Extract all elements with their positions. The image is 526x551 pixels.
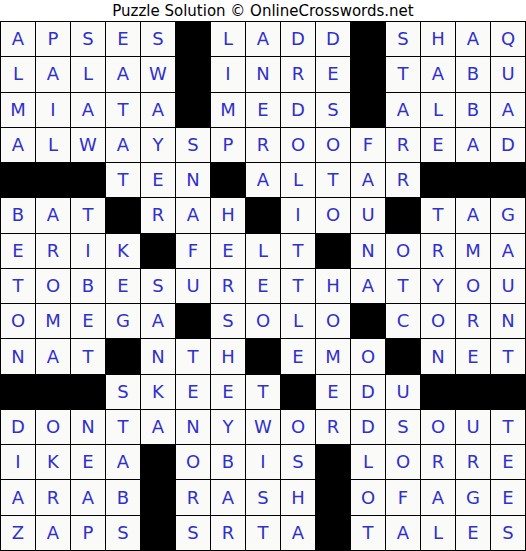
cell-r12c4: T	[106, 410, 141, 445]
cell-r15c12: A	[386, 516, 421, 551]
cell-r9c13: O	[421, 304, 456, 339]
cell-r11c4: S	[106, 375, 141, 410]
cell-r8c9: T	[281, 269, 316, 304]
crossword-grid: APSESLADDSHAQLALAWINRETABUMIATAMEDSALBAA…	[0, 21, 526, 551]
cell-r4c12: R	[386, 128, 421, 163]
cell-r9c12: C	[386, 304, 421, 339]
black-cell-r11c14	[456, 375, 491, 410]
cell-r8c8: E	[246, 269, 281, 304]
cell-r10c10: M	[316, 339, 351, 374]
cell-r14c12: F	[386, 480, 421, 515]
cell-r5c11: A	[351, 163, 386, 198]
puzzle-solution-page: Puzzle Solution © OnlineCrosswords.net A…	[0, 0, 526, 551]
cell-r1c4: E	[106, 22, 141, 57]
cell-r1c2: P	[36, 22, 71, 57]
black-cell-r13c5	[141, 445, 176, 480]
cell-r4c3: W	[71, 128, 106, 163]
cell-r5c5: E	[141, 163, 176, 198]
cell-r3c13: L	[421, 93, 456, 128]
cell-r7c2: R	[36, 234, 71, 269]
cell-r13c12: O	[386, 445, 421, 480]
cell-r6c6: A	[176, 198, 211, 233]
cell-r3c4: T	[106, 93, 141, 128]
cell-r1c3: S	[71, 22, 106, 57]
cell-r13c2: K	[36, 445, 71, 480]
cell-r6c11: U	[351, 198, 386, 233]
cell-r4c4: A	[106, 128, 141, 163]
cell-r6c3: T	[71, 198, 106, 233]
cell-r8c15: U	[491, 269, 526, 304]
cell-r6c1: B	[1, 198, 36, 233]
cell-r1c7: L	[211, 22, 246, 57]
cell-r8c11: A	[351, 269, 386, 304]
cell-r7c15: A	[491, 234, 526, 269]
cell-r1c8: A	[246, 22, 281, 57]
cell-r3c5: A	[141, 93, 176, 128]
cell-r12c7: Y	[211, 410, 246, 445]
cell-r15c8: T	[246, 516, 281, 551]
cell-r4c5: Y	[141, 128, 176, 163]
cell-r9c15: N	[491, 304, 526, 339]
black-cell-r13c10	[316, 445, 351, 480]
cell-r8c12: T	[386, 269, 421, 304]
black-cell-r14c10	[316, 480, 351, 515]
black-cell-r3c6	[176, 93, 211, 128]
cell-r15c14: E	[456, 516, 491, 551]
cell-r10c3: T	[71, 339, 106, 374]
cell-r9c14: R	[456, 304, 491, 339]
cell-r9c9: L	[281, 304, 316, 339]
cell-r4c6: S	[176, 128, 211, 163]
cell-r12c1: D	[1, 410, 36, 445]
black-cell-r1c11	[351, 22, 386, 57]
cell-r5c12: R	[386, 163, 421, 198]
black-cell-r9c6	[176, 304, 211, 339]
black-cell-r5c14	[456, 163, 491, 198]
cell-r10c13: N	[421, 339, 456, 374]
cell-r8c6: U	[176, 269, 211, 304]
cell-r12c5: A	[141, 410, 176, 445]
cell-r15c3: P	[71, 516, 106, 551]
black-cell-r5c3	[71, 163, 106, 198]
cell-r14c8: S	[246, 480, 281, 515]
cell-r7c14: M	[456, 234, 491, 269]
cell-r6c14: A	[456, 198, 491, 233]
cell-r6c13: T	[421, 198, 456, 233]
cell-r11c6: E	[176, 375, 211, 410]
cell-r8c5: S	[141, 269, 176, 304]
cell-r1c9: D	[281, 22, 316, 57]
cell-r3c15: A	[491, 93, 526, 128]
cell-r7c4: K	[106, 234, 141, 269]
black-cell-r11c15	[491, 375, 526, 410]
cell-r12c12: S	[386, 410, 421, 445]
cell-r10c15: T	[491, 339, 526, 374]
black-cell-r1c6	[176, 22, 211, 57]
cell-r11c7: E	[211, 375, 246, 410]
cell-r13c15: E	[491, 445, 526, 480]
cell-r15c13: L	[421, 516, 456, 551]
cell-r10c14: E	[456, 339, 491, 374]
cell-r8c1: T	[1, 269, 36, 304]
cell-r2c2: A	[36, 57, 71, 92]
cell-r14c1: A	[1, 480, 36, 515]
black-cell-r5c15	[491, 163, 526, 198]
cell-r4c13: E	[421, 128, 456, 163]
cell-r10c9: E	[281, 339, 316, 374]
cell-r13c3: E	[71, 445, 106, 480]
cell-r9c5: A	[141, 304, 176, 339]
cell-r2c15: U	[491, 57, 526, 92]
black-cell-r5c13	[421, 163, 456, 198]
cell-r4c2: L	[36, 128, 71, 163]
cell-r12c13: O	[421, 410, 456, 445]
black-cell-r11c1	[1, 375, 36, 410]
cell-r3c12: A	[386, 93, 421, 128]
cell-r7c11: N	[351, 234, 386, 269]
cell-r9c1: O	[1, 304, 36, 339]
black-cell-r11c3	[71, 375, 106, 410]
black-cell-r11c13	[421, 375, 456, 410]
cell-r1c12: S	[386, 22, 421, 57]
cell-r8c4: E	[106, 269, 141, 304]
black-cell-r2c11	[351, 57, 386, 92]
cell-r7c6: F	[176, 234, 211, 269]
cell-r2c3: L	[71, 57, 106, 92]
cell-r15c4: S	[106, 516, 141, 551]
cell-r8c14: O	[456, 269, 491, 304]
cell-r13c14: R	[456, 445, 491, 480]
cell-r14c7: A	[211, 480, 246, 515]
cell-r6c2: A	[36, 198, 71, 233]
cell-r10c11: O	[351, 339, 386, 374]
cell-r3c3: A	[71, 93, 106, 128]
cell-r14c3: A	[71, 480, 106, 515]
cell-r7c12: O	[386, 234, 421, 269]
black-cell-r5c2	[36, 163, 71, 198]
cell-r3c10: S	[316, 93, 351, 128]
cell-r2c7: I	[211, 57, 246, 92]
cell-r15c9: A	[281, 516, 316, 551]
cell-r12c14: U	[456, 410, 491, 445]
cell-r9c7: S	[211, 304, 246, 339]
cell-r2c9: R	[281, 57, 316, 92]
black-cell-r15c5	[141, 516, 176, 551]
cell-r9c10: O	[316, 304, 351, 339]
cell-r7c3: I	[71, 234, 106, 269]
cell-r1c5: S	[141, 22, 176, 57]
cell-r14c11: O	[351, 480, 386, 515]
cell-r1c15: Q	[491, 22, 526, 57]
cell-r4c8: R	[246, 128, 281, 163]
cell-r13c1: I	[1, 445, 36, 480]
cell-r5c8: A	[246, 163, 281, 198]
black-cell-r11c9	[281, 375, 316, 410]
cell-r13c13: R	[421, 445, 456, 480]
cell-r1c13: H	[421, 22, 456, 57]
cell-r3c1: M	[1, 93, 36, 128]
cell-r5c9: L	[281, 163, 316, 198]
cell-r3c9: D	[281, 93, 316, 128]
cell-r3c2: I	[36, 93, 71, 128]
cell-r15c7: R	[211, 516, 246, 551]
cell-r14c9: H	[281, 480, 316, 515]
cell-r6c5: R	[141, 198, 176, 233]
cell-r1c14: A	[456, 22, 491, 57]
black-cell-r10c8	[246, 339, 281, 374]
cell-r15c15: S	[491, 516, 526, 551]
cell-r2c10: E	[316, 57, 351, 92]
cell-r14c6: R	[176, 480, 211, 515]
black-cell-r14c5	[141, 480, 176, 515]
cell-r1c10: D	[316, 22, 351, 57]
cell-r9c4: G	[106, 304, 141, 339]
cell-r1c1: A	[1, 22, 36, 57]
cell-r9c2: M	[36, 304, 71, 339]
cell-r6c10: O	[316, 198, 351, 233]
cell-r14c14: G	[456, 480, 491, 515]
black-cell-r3c11	[351, 93, 386, 128]
black-cell-r10c4	[106, 339, 141, 374]
cell-r4c11: F	[351, 128, 386, 163]
cell-r6c9: I	[281, 198, 316, 233]
cell-r8c13: Y	[421, 269, 456, 304]
black-cell-r5c1	[1, 163, 36, 198]
cell-r11c11: D	[351, 375, 386, 410]
cell-r3c14: B	[456, 93, 491, 128]
black-cell-r6c8	[246, 198, 281, 233]
black-cell-r6c12	[386, 198, 421, 233]
cell-r2c5: W	[141, 57, 176, 92]
cell-r15c1: Z	[1, 516, 36, 551]
cell-r2c8: N	[246, 57, 281, 92]
cell-r8c7: R	[211, 269, 246, 304]
cell-r12c15: T	[491, 410, 526, 445]
cell-r7c9: T	[281, 234, 316, 269]
cell-r11c8: T	[246, 375, 281, 410]
cell-r2c13: A	[421, 57, 456, 92]
cell-r15c6: S	[176, 516, 211, 551]
cell-r4c9: O	[281, 128, 316, 163]
cell-r11c10: E	[316, 375, 351, 410]
cell-r10c6: T	[176, 339, 211, 374]
black-cell-r11c2	[36, 375, 71, 410]
cell-r11c12: U	[386, 375, 421, 410]
cell-r15c11: T	[351, 516, 386, 551]
cell-r13c9: S	[281, 445, 316, 480]
cell-r4c14: A	[456, 128, 491, 163]
cell-r14c2: R	[36, 480, 71, 515]
cell-r12c6: N	[176, 410, 211, 445]
cell-r14c4: B	[106, 480, 141, 515]
cell-r13c4: A	[106, 445, 141, 480]
page-title: Puzzle Solution © OnlineCrosswords.net	[0, 2, 526, 20]
cell-r5c6: N	[176, 163, 211, 198]
cell-r2c14: B	[456, 57, 491, 92]
cell-r13c6: O	[176, 445, 211, 480]
cell-r4c7: P	[211, 128, 246, 163]
cell-r12c11: D	[351, 410, 386, 445]
cell-r2c4: A	[106, 57, 141, 92]
cell-r12c9: O	[281, 410, 316, 445]
black-cell-r10c12	[386, 339, 421, 374]
cell-r10c5: N	[141, 339, 176, 374]
cell-r4c15: D	[491, 128, 526, 163]
cell-r13c8: I	[246, 445, 281, 480]
black-cell-r7c5	[141, 234, 176, 269]
cell-r12c8: W	[246, 410, 281, 445]
cell-r7c8: L	[246, 234, 281, 269]
cell-r7c1: E	[1, 234, 36, 269]
cell-r9c3: E	[71, 304, 106, 339]
cell-r3c7: M	[211, 93, 246, 128]
cell-r10c2: A	[36, 339, 71, 374]
cell-r5c4: T	[106, 163, 141, 198]
black-cell-r5c7	[211, 163, 246, 198]
cell-r4c1: A	[1, 128, 36, 163]
cell-r15c2: A	[36, 516, 71, 551]
cell-r3c8: E	[246, 93, 281, 128]
cell-r8c10: H	[316, 269, 351, 304]
cell-r10c7: H	[211, 339, 246, 374]
cell-r2c12: T	[386, 57, 421, 92]
cell-r12c2: O	[36, 410, 71, 445]
cell-r7c7: E	[211, 234, 246, 269]
cell-r13c7: B	[211, 445, 246, 480]
cell-r9c8: O	[246, 304, 281, 339]
cell-r13c11: L	[351, 445, 386, 480]
black-cell-r9c11	[351, 304, 386, 339]
cell-r6c7: H	[211, 198, 246, 233]
cell-r6c15: G	[491, 198, 526, 233]
cell-r14c13: A	[421, 480, 456, 515]
cell-r12c10: R	[316, 410, 351, 445]
cell-r2c1: L	[1, 57, 36, 92]
black-cell-r6c4	[106, 198, 141, 233]
cell-r10c1: N	[1, 339, 36, 374]
cell-r14c15: E	[491, 480, 526, 515]
black-cell-r15c10	[316, 516, 351, 551]
cell-r7c13: R	[421, 234, 456, 269]
cell-r11c5: K	[141, 375, 176, 410]
cell-r4c10: O	[316, 128, 351, 163]
cell-r5c10: T	[316, 163, 351, 198]
black-cell-r7c10	[316, 234, 351, 269]
cell-r8c2: O	[36, 269, 71, 304]
black-cell-r2c6	[176, 57, 211, 92]
cell-r8c3: B	[71, 269, 106, 304]
cell-r12c3: N	[71, 410, 106, 445]
